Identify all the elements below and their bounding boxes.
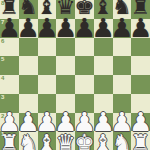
square-e5[interactable] bbox=[75, 56, 94, 75]
square-c4[interactable] bbox=[38, 75, 57, 94]
rank-label-5: 5 bbox=[1, 56, 4, 63]
square-c5[interactable] bbox=[38, 56, 57, 75]
square-h7[interactable]: ♟ bbox=[131, 19, 150, 38]
square-d5[interactable] bbox=[56, 56, 75, 75]
black-pawn[interactable]: ♟ bbox=[129, 19, 150, 38]
square-f1[interactable]: ♝ bbox=[94, 131, 113, 150]
square-b5[interactable] bbox=[19, 56, 38, 75]
square-g4[interactable] bbox=[113, 75, 132, 94]
square-d4[interactable] bbox=[56, 75, 75, 94]
white-rook[interactable]: ♜ bbox=[131, 134, 150, 150]
rank-label-3: 3 bbox=[1, 94, 4, 101]
square-g1[interactable]: ♞ bbox=[113, 131, 132, 150]
white-king[interactable]: ♚ bbox=[75, 134, 95, 150]
square-a4[interactable]: 4 bbox=[0, 75, 19, 94]
square-a1[interactable]: 1♜ bbox=[0, 131, 19, 150]
square-e1[interactable]: ♚ bbox=[75, 131, 94, 150]
square-g5[interactable] bbox=[113, 56, 132, 75]
rank-label-6: 6 bbox=[1, 38, 4, 45]
white-knight[interactable]: ♞ bbox=[112, 134, 132, 150]
square-h5[interactable] bbox=[131, 56, 150, 75]
square-b1[interactable]: ♞ bbox=[19, 131, 38, 150]
square-a5[interactable]: 5 bbox=[0, 56, 19, 75]
white-pawn[interactable]: ♟ bbox=[129, 113, 150, 132]
square-h4[interactable] bbox=[131, 75, 150, 94]
rank-label-4: 4 bbox=[1, 75, 4, 82]
square-h1[interactable]: ♜ bbox=[131, 131, 150, 150]
square-f5[interactable] bbox=[94, 56, 113, 75]
white-bishop[interactable]: ♝ bbox=[93, 134, 113, 150]
rank-label-2: 2 bbox=[1, 113, 4, 120]
white-knight[interactable]: ♞ bbox=[18, 134, 38, 150]
square-e4[interactable] bbox=[75, 75, 94, 94]
square-d1[interactable]: ♛ bbox=[56, 131, 75, 150]
square-b4[interactable] bbox=[19, 75, 38, 94]
rank-label-7: 7 bbox=[1, 19, 4, 26]
square-c1[interactable]: ♝ bbox=[38, 131, 57, 150]
white-queen[interactable]: ♛ bbox=[56, 134, 76, 150]
rank-label-8: 8 bbox=[1, 0, 4, 7]
white-bishop[interactable]: ♝ bbox=[37, 134, 57, 150]
square-f4[interactable] bbox=[94, 75, 113, 94]
rank-label-1: 1 bbox=[1, 131, 4, 138]
chess-board: 8♜♞♝♛♚♝♞♜7♟♟♟♟♟♟♟♟65432♟♟♟♟♟♟♟♟1♜♞♝♛♚♝♞♜ bbox=[0, 0, 150, 150]
square-h2[interactable]: ♟ bbox=[131, 113, 150, 132]
